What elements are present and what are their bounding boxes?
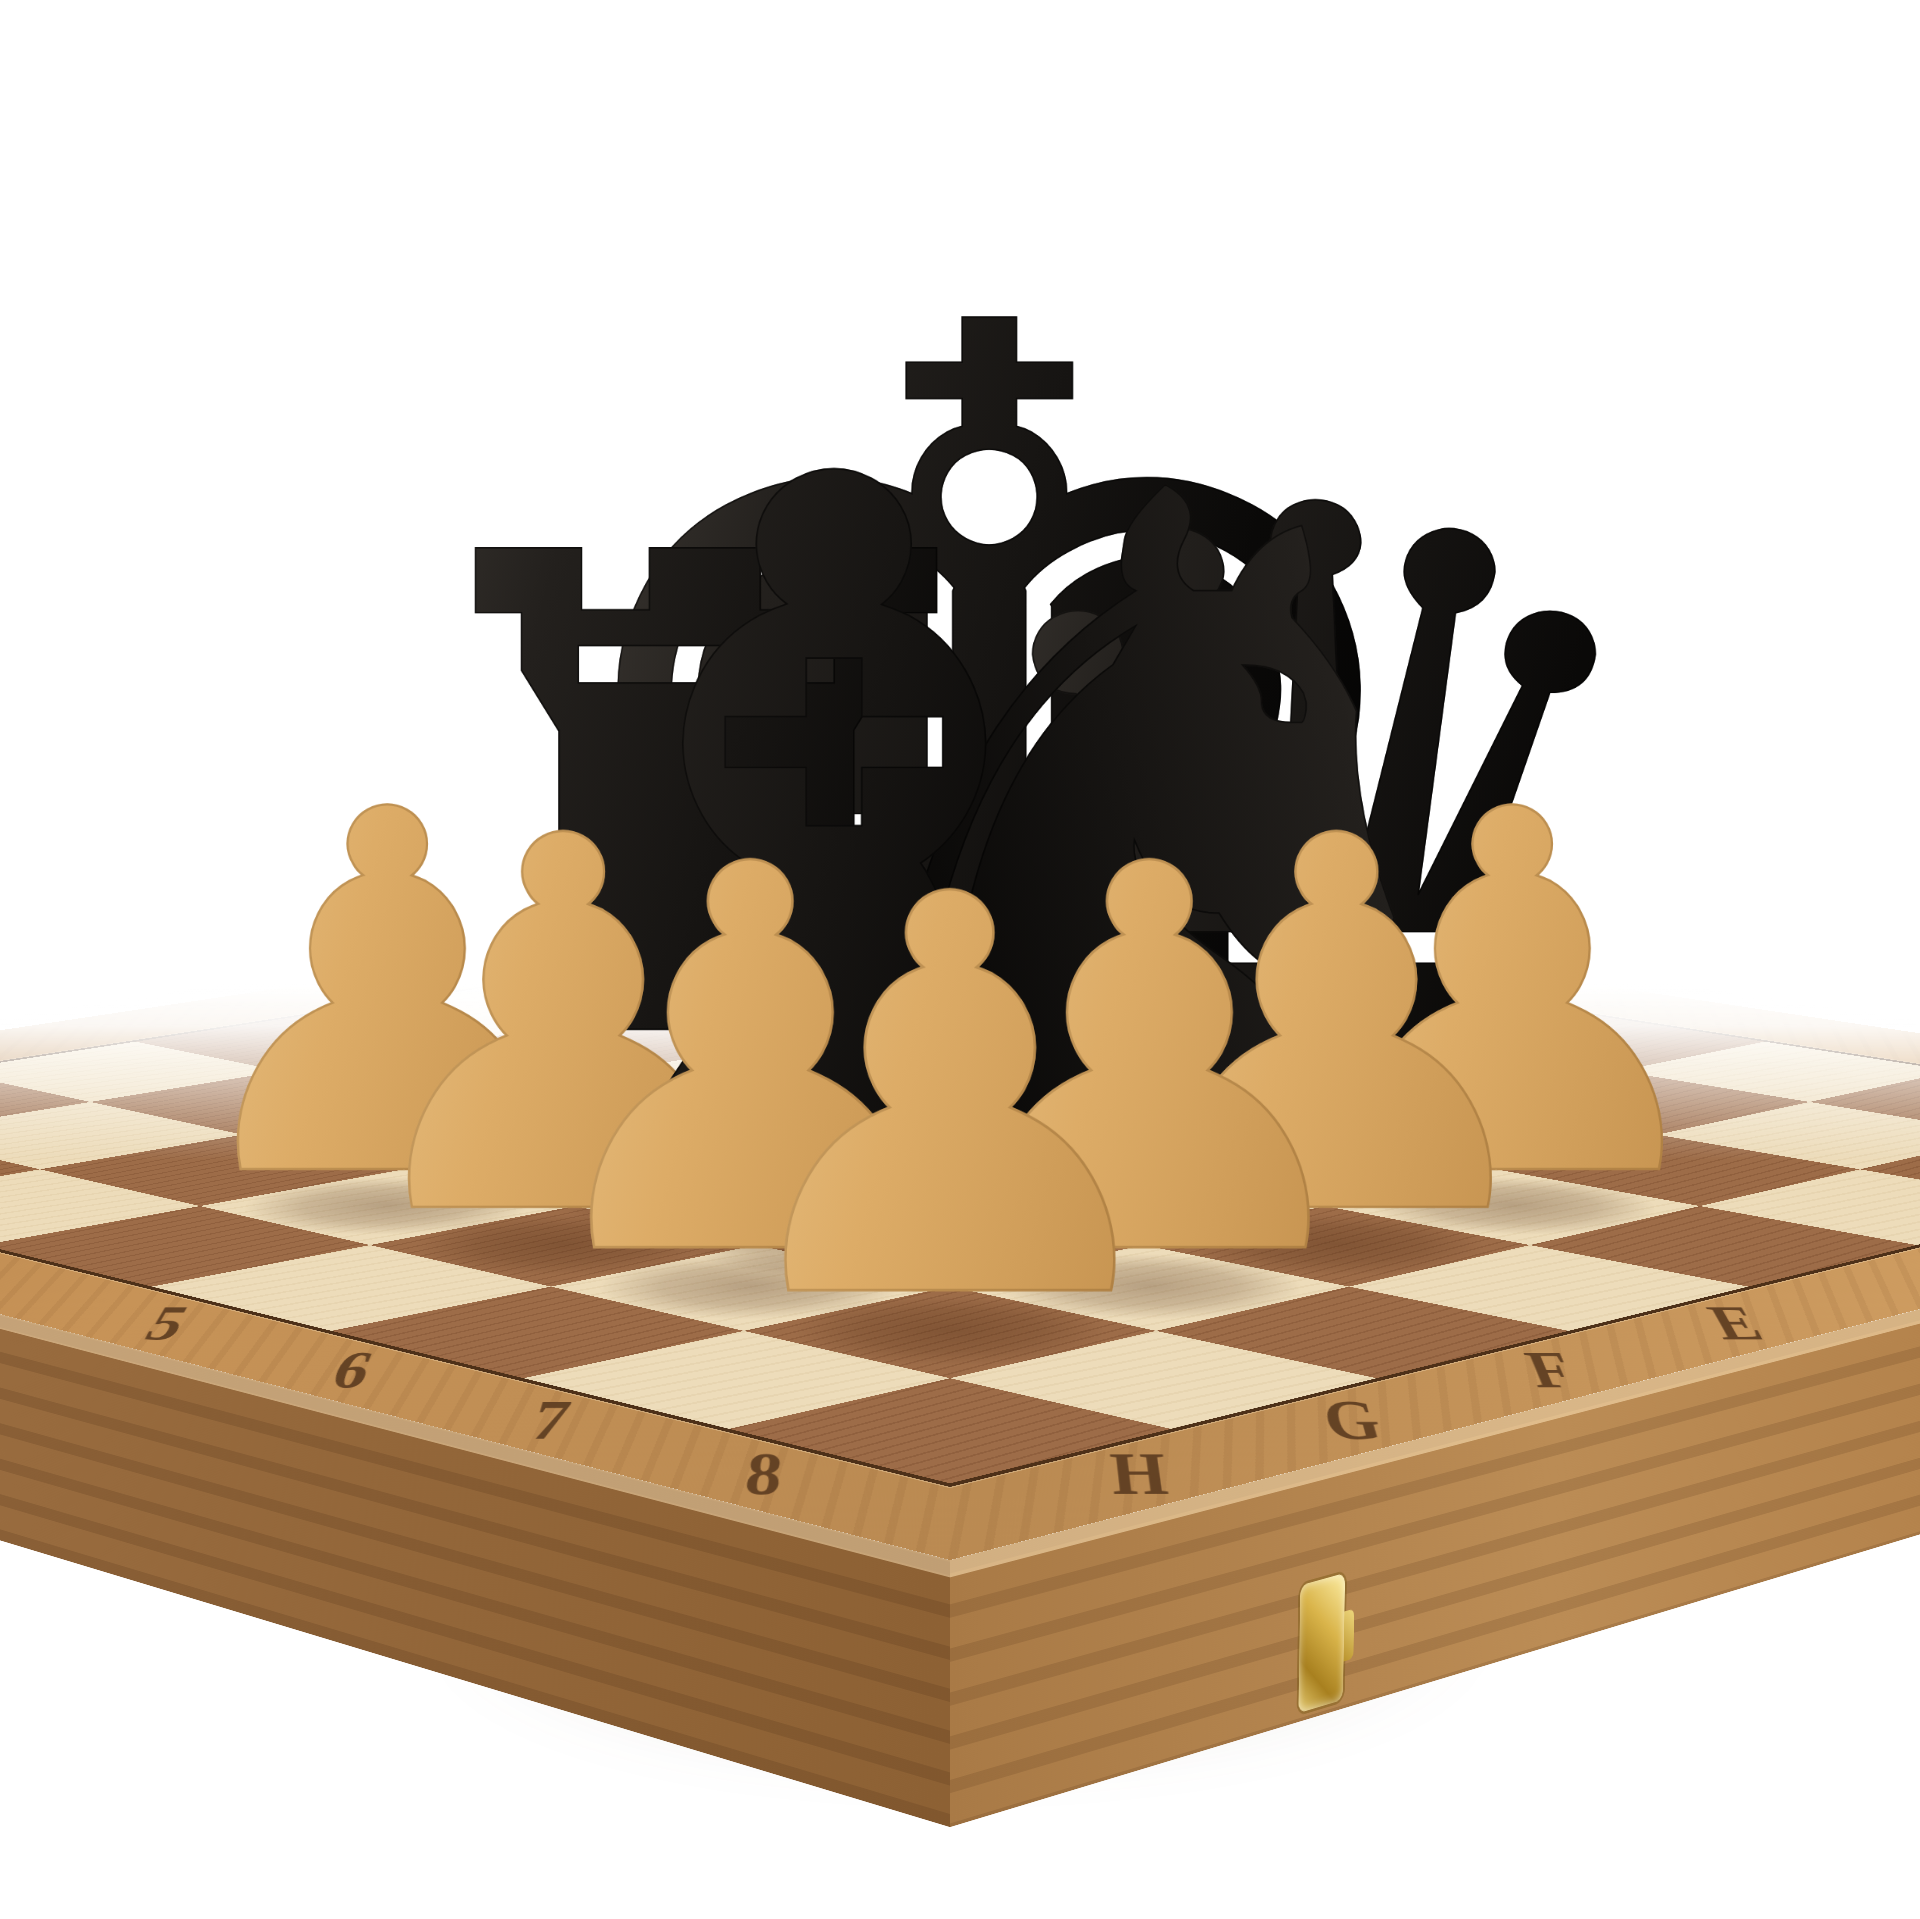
chess-board-3d: 5678HGFE♟♟♟♟♟♟♟♜♝♚♞♛ [0,887,1920,1560]
brass-clasp-icon [1298,1573,1345,1713]
photo-canvas: 5678HGFE♟♟♟♟♟♟♟♜♝♚♞♛ [0,0,1920,1919]
pawn-glyph: ♟ [436,826,1465,1375]
